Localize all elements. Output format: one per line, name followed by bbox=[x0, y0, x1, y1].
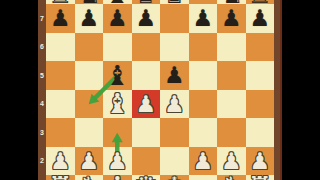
square-e3[interactable] bbox=[160, 118, 189, 147]
piece-white-pawn-d4[interactable]: ♟ bbox=[132, 90, 161, 119]
square-h4[interactable] bbox=[246, 90, 275, 119]
piece-white-queen-d1[interactable]: ♛ bbox=[132, 172, 161, 180]
white-king-glyph: ♚ bbox=[162, 171, 186, 180]
piece-white-rook-a1[interactable]: ♜ bbox=[46, 172, 75, 180]
square-h6[interactable] bbox=[246, 33, 275, 62]
chess-board[interactable]: ♜♞♝♛♚♞♜♟♟♟♟♟♟♟♝♟♝♟♟♟♟♟♟♟♟♜♞♝♛♚♞♜ bbox=[46, 0, 274, 180]
white-pawn-glyph: ♟ bbox=[135, 91, 156, 117]
square-a5[interactable] bbox=[46, 61, 75, 90]
piece-white-rook-h1[interactable]: ♜ bbox=[246, 172, 275, 180]
piece-black-bishop-c5[interactable]: ♝ bbox=[103, 61, 132, 90]
chess-video-frame: 765432 ♜♞♝♛♚♞♜♟♟♟♟♟♟♟♝♟♝♟♟♟♟♟♟♟♟♜♞♝♛♚♞♜ bbox=[0, 0, 320, 180]
black-pawn-glyph: ♟ bbox=[164, 62, 185, 88]
square-h3[interactable] bbox=[246, 118, 275, 147]
black-pawn-glyph: ♟ bbox=[107, 5, 128, 31]
square-d6[interactable] bbox=[132, 33, 161, 62]
rank-label-5: 5 bbox=[38, 71, 46, 80]
letterbox-right bbox=[282, 0, 320, 180]
black-pawn-glyph: ♟ bbox=[249, 5, 270, 31]
rank-label-6: 6 bbox=[38, 42, 46, 51]
square-b6[interactable] bbox=[75, 33, 104, 62]
piece-black-pawn-f7[interactable]: ♟ bbox=[189, 4, 218, 33]
piece-black-pawn-b7[interactable]: ♟ bbox=[75, 4, 104, 33]
rank-label-7: 7 bbox=[38, 14, 46, 23]
black-bishop-glyph: ♝ bbox=[105, 60, 129, 91]
square-b4[interactable] bbox=[75, 90, 104, 119]
rank-label-2: 2 bbox=[38, 156, 46, 165]
square-e6[interactable] bbox=[160, 33, 189, 62]
white-rook-glyph: ♜ bbox=[248, 171, 272, 180]
rank-label-4: 4 bbox=[38, 99, 46, 108]
square-f1[interactable] bbox=[189, 175, 218, 180]
white-queen-glyph: ♛ bbox=[134, 171, 158, 180]
piece-white-knight-b1[interactable]: ♞ bbox=[75, 172, 104, 180]
square-d3[interactable] bbox=[132, 118, 161, 147]
piece-black-pawn-e5[interactable]: ♟ bbox=[160, 61, 189, 90]
square-b5[interactable] bbox=[75, 61, 104, 90]
square-b3[interactable] bbox=[75, 118, 104, 147]
black-pawn-glyph: ♟ bbox=[221, 5, 242, 31]
square-f4[interactable] bbox=[189, 90, 218, 119]
square-h5[interactable] bbox=[246, 61, 275, 90]
piece-white-pawn-f2[interactable]: ♟ bbox=[189, 147, 218, 176]
square-g4[interactable] bbox=[217, 90, 246, 119]
piece-black-pawn-h7[interactable]: ♟ bbox=[246, 4, 275, 33]
black-pawn-glyph: ♟ bbox=[78, 5, 99, 31]
square-g5[interactable] bbox=[217, 61, 246, 90]
white-pawn-glyph: ♟ bbox=[164, 91, 185, 117]
black-pawn-glyph: ♟ bbox=[135, 5, 156, 31]
white-rook-glyph: ♜ bbox=[48, 171, 72, 180]
black-pawn-glyph: ♟ bbox=[192, 5, 213, 31]
piece-black-pawn-d7[interactable]: ♟ bbox=[132, 4, 161, 33]
white-bishop-glyph: ♝ bbox=[105, 88, 129, 119]
white-pawn-glyph: ♟ bbox=[192, 148, 213, 174]
piece-white-pawn-e4[interactable]: ♟ bbox=[160, 90, 189, 119]
black-pawn-glyph: ♟ bbox=[50, 5, 71, 31]
piece-white-king-e1[interactable]: ♚ bbox=[160, 172, 189, 180]
board-border-right bbox=[274, 0, 282, 180]
white-knight-glyph: ♞ bbox=[77, 171, 101, 180]
piece-black-pawn-c7[interactable]: ♟ bbox=[103, 4, 132, 33]
letterbox-left bbox=[0, 0, 38, 180]
rank-label-3: 3 bbox=[38, 128, 46, 137]
square-c3[interactable] bbox=[103, 118, 132, 147]
white-bishop-glyph: ♝ bbox=[105, 171, 129, 180]
square-g3[interactable] bbox=[217, 118, 246, 147]
piece-black-pawn-g7[interactable]: ♟ bbox=[217, 4, 246, 33]
white-knight-glyph: ♞ bbox=[219, 171, 243, 180]
board-border-left: 765432 bbox=[38, 0, 46, 180]
square-f6[interactable] bbox=[189, 33, 218, 62]
piece-white-knight-g1[interactable]: ♞ bbox=[217, 172, 246, 180]
piece-black-king-e8[interactable]: ♚ bbox=[160, 0, 189, 8]
piece-black-pawn-a7[interactable]: ♟ bbox=[46, 4, 75, 33]
square-a4[interactable] bbox=[46, 90, 75, 119]
piece-white-bishop-c4[interactable]: ♝ bbox=[103, 90, 132, 119]
square-a3[interactable] bbox=[46, 118, 75, 147]
square-f5[interactable] bbox=[189, 61, 218, 90]
square-a6[interactable] bbox=[46, 33, 75, 62]
square-f3[interactable] bbox=[189, 118, 218, 147]
square-d5[interactable] bbox=[132, 61, 161, 90]
square-c6[interactable] bbox=[103, 33, 132, 62]
black-king-glyph: ♚ bbox=[162, 0, 186, 9]
piece-white-bishop-c1[interactable]: ♝ bbox=[103, 172, 132, 180]
square-g6[interactable] bbox=[217, 33, 246, 62]
